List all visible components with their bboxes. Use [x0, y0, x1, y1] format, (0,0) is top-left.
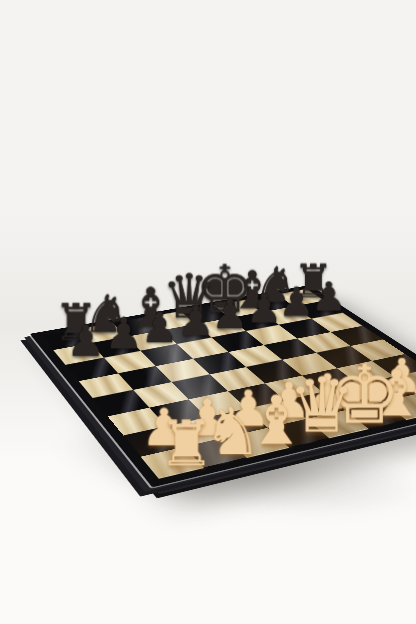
piece-black-rook: ♜ — [292, 259, 328, 305]
piece-white-pawn: ♟ — [380, 352, 416, 399]
board-grid: ♜♞♝♛♚♝♞♜♟♟♟♟♟♟♟♟♟♟♟♟♟♟♟♟♜♞♝♛♚♝♞♜ — [42, 289, 416, 479]
photo-backdrop: ♜♞♝♛♚♝♞♜♟♟♟♟♟♟♟♟♟♟♟♟♟♟♟♟♜♞♝♛♚♝♞♜ — [0, 0, 416, 624]
piece-black-knight: ♞ — [261, 261, 297, 310]
chess-board: ♜♞♝♛♚♝♞♜♟♟♟♟♟♟♟♟♟♟♟♟♟♟♟♟♜♞♝♛♚♝♞♜ — [30, 285, 416, 487]
square-g3 — [337, 361, 394, 384]
piece-black-rook: ♜ — [53, 297, 92, 347]
scene: ♜♞♝♛♚♝♞♜♟♟♟♟♟♟♟♟♟♟♟♟♟♟♟♟♜♞♝♛♚♝♞♜ — [0, 0, 416, 624]
